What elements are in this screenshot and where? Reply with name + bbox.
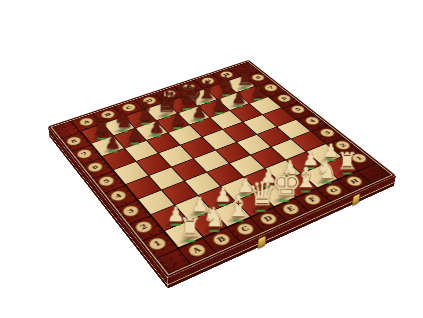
piece-black-pawn: ♟ [123, 126, 147, 144]
coord-rank-5-right: 5 [289, 105, 306, 114]
corner-scroll-icon: ♡ [163, 259, 180, 272]
coord-rank-6-left: 6 [86, 161, 104, 173]
piece-white-bishop: ♝ [225, 192, 252, 221]
piece-black-pawn: ♟ [167, 111, 190, 128]
piece-black-pawn: ♟ [145, 118, 169, 136]
coord-rank-8-left: 8 [65, 136, 82, 147]
chess-box: ♡ ♡ ♡ ♡ ♜♞♝♛♚♝♞♜♟♟♟♟♟♟♟♟♟♟♟♟♟♟♟♟♜♞♝♛♚♝♞♜… [48, 60, 396, 278]
coord-rank-5-left: 5 [97, 175, 115, 187]
piece-black-pawn: ♟ [208, 97, 231, 114]
piece-black-pawn: ♟ [247, 83, 269, 100]
coord-rank-6-right: 6 [276, 94, 293, 103]
coord-file-g-near: G [324, 184, 344, 196]
coord-rank-4-left: 4 [109, 189, 128, 202]
piece-white-queen: ♛ [248, 178, 275, 211]
coord-file-h-near: H [345, 175, 364, 187]
corner-scroll-icon: ♡ [54, 124, 67, 132]
coord-rank-2-left: 2 [134, 220, 154, 234]
latch-icon [257, 235, 266, 249]
coord-file-d-near: D [258, 212, 278, 226]
coord-file-a-near: A [187, 243, 208, 258]
product-photo: ♡ ♡ ♡ ♡ ♜♞♝♛♚♝♞♜♟♟♟♟♟♟♟♟♟♟♟♟♟♟♟♟♜♞♝♛♚♝♞♜… [0, 0, 423, 318]
square-h4 [277, 120, 310, 139]
coord-rank-3-right: 3 [318, 128, 336, 138]
piece-black-pawn: ♟ [228, 90, 250, 107]
latch-icon [352, 193, 361, 206]
coord-rank-3-left: 3 [121, 204, 140, 217]
piece-white-rook: ♜ [176, 215, 204, 241]
coord-file-f-near: F [303, 193, 323, 206]
coord-file-e-near: E [281, 203, 301, 216]
piece-black-pawn: ♟ [187, 104, 210, 121]
coord-file-b-near: B [211, 232, 232, 246]
scene: ♡ ♡ ♡ ♡ ♜♞♝♛♚♝♞♜♟♟♟♟♟♟♟♟♟♟♟♟♟♟♟♟♜♞♝♛♚♝♞♜… [0, 0, 423, 318]
coord-file-c-near: C [235, 222, 255, 236]
coord-rank-4-right: 4 [304, 116, 321, 126]
coord-rank-1-left: 1 [147, 237, 167, 252]
coord-rank-7-left: 7 [76, 148, 93, 159]
corner-scroll-icon: ♡ [373, 168, 388, 178]
piece-black-pawn: ♟ [101, 134, 125, 152]
piece-white-knight: ♞ [201, 204, 228, 231]
